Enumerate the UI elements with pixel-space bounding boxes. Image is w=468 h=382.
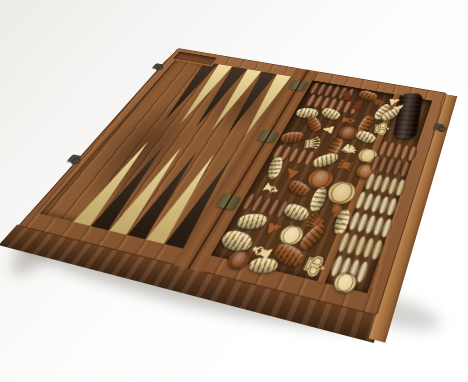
clasp-hook — [152, 63, 164, 69]
case-top: ♞♞♞♟♝♚♟♛♞♜♟♝♞♛♟♝♚♟ — [18, 48, 447, 316]
turned-chess-piece — [246, 257, 280, 274]
clasp-hook — [67, 154, 82, 163]
photo-backgammon-chess-travel-set: ♞♞♞♟♝♚♟♛♞♜♟♝♞♛♟♝♚♟ — [0, 0, 468, 382]
wooden-case: ♞♞♞♟♝♚♟♛♞♜♟♝♞♛♟♝♚♟ — [18, 48, 447, 316]
chess-piece-pawn: ♟ — [282, 163, 303, 183]
turned-chess-piece — [266, 156, 285, 179]
chess-piece-rook: ♜ — [334, 156, 358, 176]
